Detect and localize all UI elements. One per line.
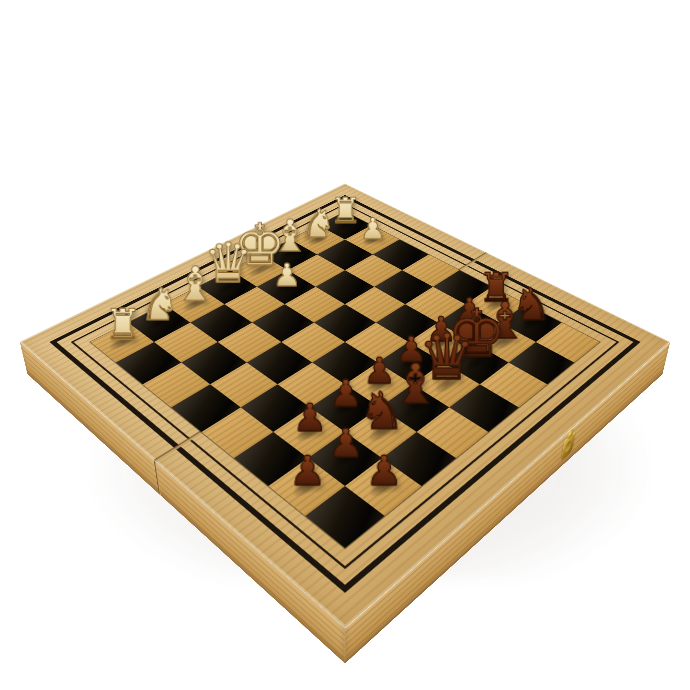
chess-set-photo: ♜♞♝♛♚♝♞♜♟♟♟♟♟♟♟♟♜♟♟♞♝♛♚♝♞♟ [0, 0, 690, 690]
fold-seam-side [154, 460, 161, 496]
pawn-glyph: ♟ [288, 450, 325, 491]
knight-glyph: ♞ [358, 385, 404, 437]
pawn-glyph: ♟ [327, 423, 362, 463]
pawn-glyph: ♟ [328, 375, 361, 412]
pawn-glyph: ♟ [365, 450, 402, 491]
pawn-glyph: ♟ [292, 398, 326, 436]
